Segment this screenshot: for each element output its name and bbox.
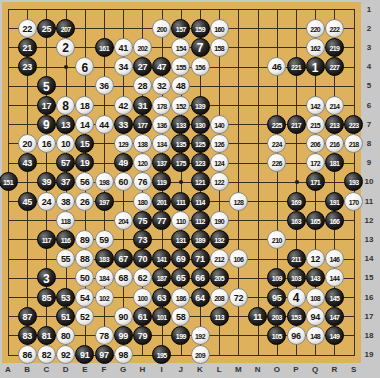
stone-H18[interactable]: 79 xyxy=(133,326,152,345)
stone-Q8[interactable]: 206 xyxy=(306,134,325,153)
stone-Q2[interactable]: 220 xyxy=(306,19,325,38)
stone-C16[interactable]: 85 xyxy=(37,288,56,307)
stone-B4[interactable]: 23 xyxy=(18,57,37,76)
stone-B3[interactable]: 21 xyxy=(18,38,37,57)
stone-J16[interactable]: 186 xyxy=(171,288,190,307)
stone-R14[interactable]: 146 xyxy=(325,249,344,268)
move-number: 85 xyxy=(42,293,51,302)
move-number: 38 xyxy=(61,197,70,206)
stone-Q4[interactable]: 1 xyxy=(306,57,325,76)
move-number: 142 xyxy=(310,102,320,109)
move-number: 98 xyxy=(118,351,127,360)
stone-R11[interactable]: 191 xyxy=(325,192,344,211)
row-label-18: 18 xyxy=(361,331,377,340)
move-number: 67 xyxy=(118,255,127,264)
move-number: 101 xyxy=(157,313,167,320)
stone-B19[interactable]: 86 xyxy=(18,345,37,364)
stone-Q3[interactable]: 162 xyxy=(306,38,325,57)
move-number: 175 xyxy=(176,160,186,167)
stone-P18[interactable]: 96 xyxy=(287,326,306,345)
stone-C13[interactable]: 117 xyxy=(37,230,56,249)
move-number: 148 xyxy=(310,332,320,339)
stone-R3[interactable]: 219 xyxy=(325,38,344,57)
move-number: 146 xyxy=(329,256,339,263)
move-number: 171 xyxy=(310,179,320,186)
stone-J17[interactable]: 58 xyxy=(171,307,190,326)
stone-H7[interactable]: 177 xyxy=(133,115,152,134)
stone-M16[interactable]: 72 xyxy=(229,288,248,307)
stone-R12[interactable]: 166 xyxy=(325,211,344,230)
column-label-P: P xyxy=(290,365,302,374)
move-number: 68 xyxy=(118,274,127,283)
move-number: 4 xyxy=(293,292,300,304)
stone-L13[interactable]: 132 xyxy=(210,230,229,249)
move-number: 116 xyxy=(61,236,71,243)
stone-M14[interactable]: 106 xyxy=(229,249,248,268)
move-number: 75 xyxy=(138,216,147,225)
move-number: 139 xyxy=(195,102,205,109)
stone-E11[interactable]: 26 xyxy=(75,192,94,211)
column-label-F: F xyxy=(98,365,110,374)
stone-F5[interactable]: 36 xyxy=(95,76,114,95)
move-number: 177 xyxy=(137,121,147,128)
stone-B9[interactable]: 43 xyxy=(18,153,37,172)
stone-C7[interactable]: 9 xyxy=(37,115,56,134)
move-number: 212 xyxy=(214,256,224,263)
column-label-J: J xyxy=(175,365,187,374)
stone-H3[interactable]: 202 xyxy=(133,38,152,57)
stone-K11[interactable]: 114 xyxy=(191,192,210,211)
stone-P15[interactable]: 103 xyxy=(287,268,306,287)
stone-P12[interactable]: 163 xyxy=(287,211,306,230)
move-number: 45 xyxy=(22,197,31,206)
move-number: 5 xyxy=(43,80,50,92)
stone-K19[interactable]: 209 xyxy=(191,345,210,364)
stone-H6[interactable]: 31 xyxy=(133,96,152,115)
stone-Q12[interactable]: 165 xyxy=(306,211,325,230)
stone-I17[interactable]: 101 xyxy=(152,307,171,326)
stone-F16[interactable]: 102 xyxy=(95,288,114,307)
move-number: 14 xyxy=(80,120,89,129)
stone-K9[interactable]: 123 xyxy=(191,153,210,172)
move-number: 91 xyxy=(80,351,89,360)
stone-G7[interactable]: 33 xyxy=(114,115,133,134)
stone-Q17[interactable]: 94 xyxy=(306,307,325,326)
column-label-K: K xyxy=(194,365,206,374)
row-label-8: 8 xyxy=(361,139,377,148)
move-number: 61 xyxy=(138,312,147,321)
move-number: 211 xyxy=(291,256,301,263)
stone-H14[interactable]: 70 xyxy=(133,249,152,268)
move-number: 220 xyxy=(310,25,320,32)
move-number: 27 xyxy=(138,63,147,72)
move-number: 213 xyxy=(329,121,339,128)
stone-L9[interactable]: 124 xyxy=(210,153,229,172)
stone-G19[interactable]: 98 xyxy=(114,345,133,364)
move-number: 92 xyxy=(61,351,70,360)
stone-P14[interactable]: 211 xyxy=(287,249,306,268)
move-number: 131 xyxy=(176,236,186,243)
stone-R18[interactable]: 149 xyxy=(325,326,344,345)
stone-K8[interactable]: 125 xyxy=(191,134,210,153)
stone-K13[interactable]: 189 xyxy=(191,230,210,249)
move-number: 33 xyxy=(118,120,127,129)
stone-F19[interactable]: 97 xyxy=(95,345,114,364)
stone-K6[interactable]: 139 xyxy=(191,96,210,115)
move-number: 147 xyxy=(329,313,339,320)
stone-H16[interactable]: 100 xyxy=(133,288,152,307)
stone-E17[interactable]: 52 xyxy=(75,307,94,326)
stone-R4[interactable]: 227 xyxy=(325,57,344,76)
move-number: 22 xyxy=(22,24,31,33)
stone-P16[interactable]: 4 xyxy=(287,288,306,307)
move-number: 184 xyxy=(99,275,109,282)
stone-I7[interactable]: 136 xyxy=(152,115,171,134)
move-number: 57 xyxy=(61,159,70,168)
stone-I11[interactable]: 201 xyxy=(152,192,171,211)
move-number: 78 xyxy=(99,331,108,340)
stone-F10[interactable]: 198 xyxy=(95,172,114,191)
move-number: 42 xyxy=(118,101,127,110)
stone-O17[interactable]: 203 xyxy=(267,307,286,326)
move-number: 103 xyxy=(291,275,301,282)
move-number: 186 xyxy=(176,294,186,301)
stone-B17[interactable]: 87 xyxy=(18,307,37,326)
move-number: 123 xyxy=(195,160,205,167)
stone-A10[interactable]: 151 xyxy=(0,172,18,191)
stone-G6[interactable]: 42 xyxy=(114,96,133,115)
stone-G3[interactable]: 41 xyxy=(114,38,133,57)
move-number: 144 xyxy=(329,275,339,282)
move-number: 87 xyxy=(22,312,31,321)
stone-E6[interactable]: 18 xyxy=(75,96,94,115)
move-number: 62 xyxy=(138,274,147,283)
stone-C19[interactable]: 82 xyxy=(37,345,56,364)
stone-M11[interactable]: 128 xyxy=(229,192,248,211)
move-number: 162 xyxy=(310,44,320,51)
move-number: 126 xyxy=(214,140,224,147)
move-number: 26 xyxy=(80,197,89,206)
stone-Q18[interactable]: 148 xyxy=(306,326,325,345)
stone-E7[interactable]: 14 xyxy=(75,115,94,134)
stone-J12[interactable]: 110 xyxy=(171,211,190,230)
stone-I12[interactable]: 77 xyxy=(152,211,171,230)
move-number: 60 xyxy=(118,178,127,187)
move-number: 197 xyxy=(99,198,109,205)
row-label-2: 2 xyxy=(361,24,377,33)
move-number: 6 xyxy=(81,61,88,73)
stone-F14[interactable]: 183 xyxy=(95,249,114,268)
stone-D13[interactable]: 116 xyxy=(56,230,75,249)
row-label-3: 3 xyxy=(361,43,377,52)
stone-K7[interactable]: 130 xyxy=(191,115,210,134)
move-number: 15 xyxy=(80,139,89,148)
move-number: 224 xyxy=(272,140,282,147)
move-number: 227 xyxy=(329,64,339,71)
move-number: 37 xyxy=(61,178,70,187)
stone-L7[interactable]: 140 xyxy=(210,115,229,134)
stone-D11[interactable]: 38 xyxy=(56,192,75,211)
stone-R2[interactable]: 222 xyxy=(325,19,344,38)
stone-C2[interactable]: 25 xyxy=(37,19,56,38)
stone-L2[interactable]: 160 xyxy=(210,19,229,38)
stone-F3[interactable]: 161 xyxy=(95,38,114,57)
move-number: 34 xyxy=(118,63,127,72)
stone-P17[interactable]: 153 xyxy=(287,307,306,326)
move-number: 76 xyxy=(138,178,147,187)
move-number: 120 xyxy=(137,160,147,167)
stone-R7[interactable]: 213 xyxy=(325,115,344,134)
stone-Q15[interactable]: 143 xyxy=(306,268,325,287)
stone-D7[interactable]: 13 xyxy=(56,115,75,134)
move-number: 125 xyxy=(195,140,205,147)
stone-H9[interactable]: 120 xyxy=(133,153,152,172)
move-number: 106 xyxy=(233,256,243,263)
stone-C11[interactable]: 24 xyxy=(37,192,56,211)
row-label-5: 5 xyxy=(361,81,377,90)
stone-R9[interactable]: 181 xyxy=(325,153,344,172)
move-number: 36 xyxy=(99,82,108,91)
stone-K10[interactable]: 121 xyxy=(191,172,210,191)
stone-I6[interactable]: 178 xyxy=(152,96,171,115)
move-number: 190 xyxy=(214,217,224,224)
move-number: 50 xyxy=(80,274,89,283)
row-label-10: 10 xyxy=(361,177,377,186)
move-number: 165 xyxy=(310,217,320,224)
stone-Q10[interactable]: 171 xyxy=(306,172,325,191)
stone-D2[interactable]: 207 xyxy=(56,19,75,38)
stone-R17[interactable]: 147 xyxy=(325,307,344,326)
column-label-B: B xyxy=(21,365,33,374)
move-number: 48 xyxy=(176,82,185,91)
stone-F15[interactable]: 184 xyxy=(95,268,114,287)
move-number: 10 xyxy=(61,139,70,148)
move-number: 216 xyxy=(329,140,339,147)
move-number: 31 xyxy=(138,101,147,110)
row-label-15: 15 xyxy=(361,273,377,282)
stone-N17[interactable]: 11 xyxy=(248,307,267,326)
stone-O16[interactable]: 95 xyxy=(267,288,286,307)
move-number: 169 xyxy=(291,198,301,205)
stone-B11[interactable]: 45 xyxy=(18,192,37,211)
move-number: 145 xyxy=(329,294,339,301)
stone-L3[interactable]: 158 xyxy=(210,38,229,57)
stone-E16[interactable]: 54 xyxy=(75,288,94,307)
stone-K16[interactable]: 64 xyxy=(191,288,210,307)
move-number: 201 xyxy=(157,198,167,205)
move-number: 149 xyxy=(329,332,339,339)
move-number: 114 xyxy=(195,198,205,205)
move-number: 153 xyxy=(291,313,301,320)
stone-B18[interactable]: 83 xyxy=(18,326,37,345)
move-number: 209 xyxy=(195,352,205,359)
stone-H4[interactable]: 27 xyxy=(133,57,152,76)
stone-G18[interactable]: 99 xyxy=(114,326,133,345)
stone-I16[interactable]: 63 xyxy=(152,288,171,307)
column-label-D: D xyxy=(60,365,72,374)
stone-L17[interactable]: 113 xyxy=(210,307,229,326)
move-number: 199 xyxy=(176,332,186,339)
stone-L10[interactable]: 122 xyxy=(210,172,229,191)
stone-L8[interactable]: 126 xyxy=(210,134,229,153)
move-number: 90 xyxy=(118,312,127,321)
column-label-E: E xyxy=(79,365,91,374)
move-number: 223 xyxy=(349,121,359,128)
stone-Q9[interactable]: 172 xyxy=(306,153,325,172)
move-number: 11 xyxy=(253,312,262,321)
move-number: 187 xyxy=(157,275,167,282)
stone-F18[interactable]: 78 xyxy=(95,326,114,345)
stone-K18[interactable]: 192 xyxy=(191,326,210,345)
stone-B2[interactable]: 22 xyxy=(18,19,37,38)
stone-D8[interactable]: 10 xyxy=(56,134,75,153)
stone-F11[interactable]: 197 xyxy=(95,192,114,211)
stone-Q14[interactable]: 12 xyxy=(306,249,325,268)
move-number: 112 xyxy=(195,217,205,224)
move-number: 12 xyxy=(310,255,319,264)
move-number: 55 xyxy=(61,255,70,264)
stone-K3[interactable]: 7 xyxy=(191,38,210,57)
stone-K15[interactable]: 66 xyxy=(191,268,210,287)
move-number: 206 xyxy=(310,140,320,147)
stone-J6[interactable]: 152 xyxy=(171,96,190,115)
stone-D17[interactable]: 51 xyxy=(56,307,75,326)
stone-K14[interactable]: 71 xyxy=(191,249,210,268)
stone-D18[interactable]: 80 xyxy=(56,326,75,345)
stone-P11[interactable]: 169 xyxy=(287,192,306,211)
move-number: 94 xyxy=(310,312,319,321)
stone-G10[interactable]: 60 xyxy=(114,172,133,191)
move-number: 129 xyxy=(118,140,128,147)
stone-G15[interactable]: 68 xyxy=(114,268,133,287)
move-number: 158 xyxy=(214,44,224,51)
move-number: 183 xyxy=(99,256,109,263)
stone-R16[interactable]: 145 xyxy=(325,288,344,307)
stone-H17[interactable]: 61 xyxy=(133,307,152,326)
stone-H12[interactable]: 75 xyxy=(133,211,152,230)
stone-P4[interactable]: 221 xyxy=(287,57,306,76)
move-number: 96 xyxy=(291,331,300,340)
move-number: 32 xyxy=(157,82,166,91)
stone-H11[interactable]: 180 xyxy=(133,192,152,211)
stone-G9[interactable]: 49 xyxy=(114,153,133,172)
move-number: 193 xyxy=(349,179,359,186)
move-number: 181 xyxy=(329,160,339,167)
move-number: 157 xyxy=(176,25,186,32)
move-number: 1 xyxy=(312,61,319,73)
stone-D12[interactable]: 118 xyxy=(56,211,75,230)
move-number: 172 xyxy=(310,160,320,167)
move-number: 163 xyxy=(291,217,301,224)
column-label-H: H xyxy=(136,365,148,374)
stone-C18[interactable]: 81 xyxy=(37,326,56,345)
stone-R6[interactable]: 214 xyxy=(325,96,344,115)
stone-H8[interactable]: 138 xyxy=(133,134,152,153)
stone-C8[interactable]: 16 xyxy=(37,134,56,153)
move-number: 2 xyxy=(62,42,69,54)
stone-K2[interactable]: 159 xyxy=(191,19,210,38)
move-number: 77 xyxy=(157,216,166,225)
stone-L14[interactable]: 212 xyxy=(210,249,229,268)
move-number: 128 xyxy=(233,198,243,205)
stone-G17[interactable]: 90 xyxy=(114,307,133,326)
stone-G14[interactable]: 67 xyxy=(114,249,133,268)
stone-C6[interactable]: 17 xyxy=(37,96,56,115)
stone-J11[interactable]: 111 xyxy=(171,192,190,211)
stone-I2[interactable]: 200 xyxy=(152,19,171,38)
column-label-L: L xyxy=(213,365,225,374)
move-number: 23 xyxy=(22,63,31,72)
move-number: 102 xyxy=(99,294,109,301)
stone-G8[interactable]: 129 xyxy=(114,134,133,153)
stone-L15[interactable]: 205 xyxy=(210,268,229,287)
stone-F7[interactable]: 44 xyxy=(95,115,114,134)
move-number: 140 xyxy=(214,121,224,128)
move-number: 226 xyxy=(272,160,282,167)
move-number: 214 xyxy=(329,102,339,109)
stone-D16[interactable]: 53 xyxy=(56,288,75,307)
stone-J7[interactable]: 133 xyxy=(171,115,190,134)
stone-P7[interactable]: 217 xyxy=(287,115,306,134)
move-number: 122 xyxy=(214,179,224,186)
move-number: 79 xyxy=(138,331,147,340)
row-label-19: 19 xyxy=(361,350,377,359)
stone-R8[interactable]: 216 xyxy=(325,134,344,153)
move-number: 99 xyxy=(118,331,127,340)
move-number: 83 xyxy=(22,331,31,340)
stone-L12[interactable]: 190 xyxy=(210,211,229,230)
grid-line-vertical xyxy=(258,9,259,356)
stone-D3[interactable]: 2 xyxy=(56,38,75,57)
stone-K12[interactable]: 112 xyxy=(191,211,210,230)
move-number: 25 xyxy=(42,24,51,33)
stone-B8[interactable]: 20 xyxy=(18,134,37,153)
stone-G12[interactable]: 204 xyxy=(114,211,133,230)
move-number: 63 xyxy=(157,293,166,302)
star-point-P10 xyxy=(295,180,299,184)
move-number: 111 xyxy=(176,198,185,205)
stone-K4[interactable]: 156 xyxy=(191,57,210,76)
stone-Q7[interactable]: 215 xyxy=(306,115,325,134)
stone-H13[interactable]: 73 xyxy=(133,230,152,249)
row-label-14: 14 xyxy=(361,254,377,263)
move-number: 217 xyxy=(291,121,301,128)
move-number: 156 xyxy=(195,64,205,71)
stone-F13[interactable]: 59 xyxy=(95,230,114,249)
stone-Q6[interactable]: 142 xyxy=(306,96,325,115)
stone-J2[interactable]: 157 xyxy=(171,19,190,38)
move-number: 9 xyxy=(43,119,50,131)
stone-G4[interactable]: 34 xyxy=(114,57,133,76)
move-number: 86 xyxy=(22,351,31,360)
move-number: 105 xyxy=(272,332,282,339)
stone-D6[interactable]: 8 xyxy=(56,96,75,115)
move-number: 198 xyxy=(99,179,109,186)
stone-O7[interactable]: 225 xyxy=(267,115,286,134)
column-label-G: G xyxy=(117,365,129,374)
move-number: 189 xyxy=(195,236,205,243)
move-number: 82 xyxy=(42,351,51,360)
move-number: 124 xyxy=(214,160,224,167)
move-number: 72 xyxy=(234,293,243,302)
move-number: 202 xyxy=(137,44,147,51)
stone-L16[interactable]: 208 xyxy=(210,288,229,307)
move-number: 110 xyxy=(176,217,186,224)
move-number: 152 xyxy=(176,102,186,109)
move-number: 118 xyxy=(61,217,71,224)
stone-Q16[interactable]: 108 xyxy=(306,288,325,307)
stone-I8[interactable]: 134 xyxy=(152,134,171,153)
